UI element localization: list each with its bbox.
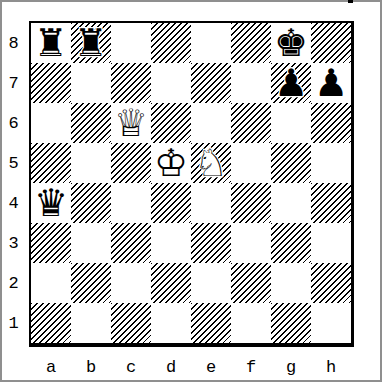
square-c3 xyxy=(111,223,151,263)
square-h5 xyxy=(311,143,351,183)
square-g3 xyxy=(271,223,311,263)
file-label-c: c xyxy=(111,353,151,381)
piece-glyph: ♜ xyxy=(71,23,111,63)
file-label-a: a xyxy=(31,353,71,381)
square-f4 xyxy=(231,183,271,223)
rank-label-1: 1 xyxy=(0,303,27,343)
file-label-e: e xyxy=(191,353,231,381)
square-a1 xyxy=(31,303,71,343)
rank-label-3: 3 xyxy=(0,223,27,263)
square-g4 xyxy=(271,183,311,223)
square-g8: ♚♚ xyxy=(271,23,311,63)
square-a2 xyxy=(31,263,71,303)
square-g5 xyxy=(271,143,311,183)
square-f5 xyxy=(231,143,271,183)
file-label-h: h xyxy=(311,353,351,381)
square-e1 xyxy=(191,303,231,343)
black-king-g8: ♚♚ xyxy=(271,23,311,63)
square-d5: ♚♔ xyxy=(151,143,191,183)
square-d4 xyxy=(151,183,191,223)
square-b3 xyxy=(71,223,111,263)
square-g2 xyxy=(271,263,311,303)
square-d1 xyxy=(151,303,191,343)
white-queen-c6: ♛♕ xyxy=(111,103,151,143)
square-d3 xyxy=(151,223,191,263)
chess-diagram: 87654321 ♜♜♜♜♚♚♟♟♟♟♛♕♚♔♞♘♛♛ abcdefgh xyxy=(0,0,382,382)
square-a4: ♛♛ xyxy=(31,183,71,223)
square-b1 xyxy=(71,303,111,343)
square-h8 xyxy=(311,23,351,63)
piece-glyph: ♟ xyxy=(271,63,311,103)
chess-board: ♜♜♜♜♚♚♟♟♟♟♛♕♚♔♞♘♛♛ xyxy=(29,21,354,347)
black-pawn-h7: ♟♟ xyxy=(311,63,351,103)
square-e8 xyxy=(191,23,231,63)
piece-glyph: ♚ xyxy=(271,23,311,63)
square-e4 xyxy=(191,183,231,223)
square-a7 xyxy=(31,63,71,103)
square-g1 xyxy=(271,303,311,343)
rank-label-5: 5 xyxy=(0,143,27,183)
square-c4 xyxy=(111,183,151,223)
square-e3 xyxy=(191,223,231,263)
square-g6 xyxy=(271,103,311,143)
square-b4 xyxy=(71,183,111,223)
square-b5 xyxy=(71,143,111,183)
square-c6: ♛♕ xyxy=(111,103,151,143)
square-b6 xyxy=(71,103,111,143)
square-g7: ♟♟ xyxy=(271,63,311,103)
piece-glyph: ♔ xyxy=(151,143,191,183)
rank-label-2: 2 xyxy=(0,263,27,303)
rank-label-8: 8 xyxy=(0,23,27,63)
square-e2 xyxy=(191,263,231,303)
square-f2 xyxy=(231,263,271,303)
rank-labels: 87654321 xyxy=(0,23,27,343)
file-labels: abcdefgh xyxy=(31,353,351,381)
square-d6 xyxy=(151,103,191,143)
rank-label-6: 6 xyxy=(0,103,27,143)
square-c5 xyxy=(111,143,151,183)
square-d8 xyxy=(151,23,191,63)
piece-glyph: ♟ xyxy=(311,63,351,103)
square-e6 xyxy=(191,103,231,143)
square-f8 xyxy=(231,23,271,63)
square-a6 xyxy=(31,103,71,143)
square-a5 xyxy=(31,143,71,183)
black-rook-b8: ♜♜ xyxy=(71,23,111,63)
white-king-d5: ♚♔ xyxy=(151,143,191,183)
black-rook-a8: ♜♜ xyxy=(31,23,71,63)
square-d7 xyxy=(151,63,191,103)
square-f1 xyxy=(231,303,271,343)
square-c2 xyxy=(111,263,151,303)
square-b7 xyxy=(71,63,111,103)
square-c7 xyxy=(111,63,151,103)
square-h7: ♟♟ xyxy=(311,63,351,103)
black-queen-a4: ♛♛ xyxy=(31,183,71,223)
file-label-b: b xyxy=(71,353,111,381)
square-h4 xyxy=(311,183,351,223)
square-c1 xyxy=(111,303,151,343)
file-label-d: d xyxy=(151,353,191,381)
white-knight-e5: ♞♘ xyxy=(191,143,231,183)
square-a3 xyxy=(31,223,71,263)
square-h2 xyxy=(311,263,351,303)
file-label-g: g xyxy=(271,353,311,381)
square-d2 xyxy=(151,263,191,303)
square-e7 xyxy=(191,63,231,103)
square-e5: ♞♘ xyxy=(191,143,231,183)
square-f3 xyxy=(231,223,271,263)
square-a8: ♜♜ xyxy=(31,23,71,63)
square-b2 xyxy=(71,263,111,303)
square-h3 xyxy=(311,223,351,263)
piece-glyph: ♕ xyxy=(111,103,151,143)
black-pawn-g7: ♟♟ xyxy=(271,63,311,103)
square-h1 xyxy=(311,303,351,343)
square-f7 xyxy=(231,63,271,103)
piece-glyph: ♜ xyxy=(31,23,71,63)
piece-glyph: ♛ xyxy=(31,183,71,223)
square-h6 xyxy=(311,103,351,143)
piece-glyph: ♘ xyxy=(191,143,231,183)
square-b8: ♜♜ xyxy=(71,23,111,63)
scan-artifact-mark xyxy=(348,0,353,3)
square-f6 xyxy=(231,103,271,143)
rank-label-7: 7 xyxy=(0,63,27,103)
square-c8 xyxy=(111,23,151,63)
file-label-f: f xyxy=(231,353,271,381)
rank-label-4: 4 xyxy=(0,183,27,223)
